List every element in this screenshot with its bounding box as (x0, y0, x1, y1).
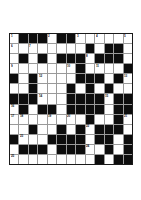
white-cell-r1c1[interactable]: 1 (10, 34, 18, 43)
white-cell-r11c9[interactable] (86, 135, 94, 144)
black-cell-r10c11 (105, 125, 113, 134)
white-cell-r3c9[interactable]: 8 (86, 54, 94, 63)
crossword-page: { "game": "crossword", "board": { "rows"… (0, 0, 141, 200)
black-cell-r5c9 (86, 74, 94, 83)
black-cell-r12c2 (19, 145, 27, 154)
white-cell-r4c6[interactable] (57, 64, 65, 73)
clue-number-3: 3 (77, 34, 78, 37)
white-cell-r9c8[interactable] (76, 115, 84, 124)
black-cell-r11c7 (67, 135, 75, 144)
black-cell-r3c12 (114, 54, 122, 63)
black-cell-r12c11 (105, 145, 113, 154)
white-cell-r12c5[interactable] (48, 145, 56, 154)
black-cell-r11c8 (76, 135, 84, 144)
black-cell-r12c13 (124, 145, 132, 154)
white-cell-r1c10[interactable]: 4 (95, 34, 103, 43)
black-cell-r8c7 (67, 105, 75, 114)
white-cell-r9c4[interactable] (38, 115, 46, 124)
black-cell-r9c12 (114, 115, 122, 124)
white-cell-r10c1[interactable] (10, 125, 18, 134)
black-cell-r12c3 (29, 145, 37, 154)
white-cell-r10c13[interactable] (124, 125, 132, 134)
black-cell-r7c2 (19, 94, 27, 103)
white-cell-r9c7[interactable]: 20 (67, 115, 75, 124)
black-cell-r5c1 (10, 74, 18, 83)
black-cell-r13c13 (124, 155, 132, 164)
black-cell-r8c5 (48, 105, 56, 114)
white-cell-r12c9[interactable]: 24 (86, 145, 94, 154)
clue-number-21: 21 (124, 114, 127, 117)
white-cell-r10c9[interactable]: 22 (86, 125, 94, 134)
white-cell-r6c6[interactable] (57, 84, 65, 93)
white-cell-r13c7[interactable] (67, 155, 75, 164)
white-cell-r13c8[interactable] (76, 155, 84, 164)
black-cell-r4c8 (76, 64, 84, 73)
white-cell-r7c11[interactable]: 15 (105, 94, 113, 103)
white-cell-r13c2[interactable] (19, 155, 27, 164)
white-cell-r12c12[interactable] (114, 145, 122, 154)
black-cell-r3c7 (67, 54, 75, 63)
white-cell-r9c1[interactable]: 17 (10, 115, 18, 124)
white-cell-r5c6[interactable] (57, 74, 65, 83)
clue-number-23: 23 (20, 134, 23, 137)
white-cell-r10c7[interactable] (67, 125, 75, 134)
black-cell-r9c9 (86, 115, 94, 124)
black-cell-r3c11 (105, 54, 113, 63)
black-cell-r8c10 (95, 105, 103, 114)
white-cell-r5c5[interactable] (48, 74, 56, 83)
black-cell-r5c10 (95, 74, 103, 83)
black-cell-r12c4 (38, 145, 46, 154)
white-cell-r5c4[interactable]: 12 (38, 74, 46, 83)
black-cell-r12c7 (67, 145, 75, 154)
black-cell-r7c13 (124, 94, 132, 103)
black-cell-r12c8 (76, 145, 84, 154)
white-cell-r6c2[interactable] (19, 84, 27, 93)
white-cell-r3c3[interactable] (29, 54, 37, 63)
white-cell-r6c1[interactable] (10, 84, 18, 93)
black-cell-r8c2 (19, 105, 27, 114)
clue-number-14: 14 (39, 94, 42, 97)
black-cell-r7c10 (95, 94, 103, 103)
black-cell-r5c12 (114, 74, 122, 83)
clue-number-2: 2 (48, 34, 49, 37)
black-cell-r10c12 (114, 125, 122, 134)
white-cell-r5c11[interactable] (105, 74, 113, 83)
white-cell-r4c11[interactable] (105, 64, 113, 73)
white-cell-r13c3[interactable] (29, 155, 37, 164)
white-cell-r11c2[interactable]: 23 (19, 135, 27, 144)
white-cell-r13c9[interactable] (86, 155, 94, 164)
black-cell-r10c8 (76, 125, 84, 134)
black-cell-r8c9 (86, 105, 94, 114)
black-cell-r11c5 (48, 135, 56, 144)
white-cell-r9c6[interactable] (57, 115, 65, 124)
white-cell-r2c13[interactable] (124, 44, 132, 53)
black-cell-r11c11 (105, 135, 113, 144)
white-cell-r4c12[interactable] (114, 64, 122, 73)
clue-number-18: 18 (20, 114, 23, 117)
white-cell-r4c9[interactable] (86, 64, 94, 73)
black-cell-r1c2 (19, 34, 27, 43)
black-cell-r11c10 (95, 135, 103, 144)
white-cell-r6c5[interactable] (48, 84, 56, 93)
black-cell-r3c4 (38, 54, 46, 63)
white-cell-r11c12[interactable] (114, 135, 122, 144)
white-cell-r7c5[interactable] (48, 94, 56, 103)
white-cell-r13c6[interactable] (57, 155, 65, 164)
black-cell-r1c6 (57, 34, 65, 43)
clue-number-9: 9 (11, 64, 12, 67)
white-cell-r2c2[interactable] (19, 44, 27, 53)
black-cell-r6c11 (105, 84, 113, 93)
clue-number-10: 10 (67, 64, 70, 67)
black-cell-r1c4 (38, 34, 46, 43)
white-cell-r11c3[interactable] (29, 135, 37, 144)
black-cell-r3c6 (57, 54, 65, 63)
white-cell-r6c13[interactable] (124, 84, 132, 93)
white-cell-r7c4[interactable]: 14 (38, 94, 46, 103)
white-cell-r9c10[interactable] (95, 115, 103, 124)
clue-number-4: 4 (96, 34, 97, 37)
white-cell-r13c4[interactable] (38, 155, 46, 164)
white-cell-r13c5[interactable] (48, 155, 56, 164)
black-cell-r12c6 (57, 145, 65, 154)
white-cell-r8c1[interactable]: 16 (10, 105, 18, 114)
black-cell-r7c9 (86, 94, 94, 103)
black-cell-r7c8 (76, 94, 84, 103)
white-cell-r5c2[interactable] (19, 74, 27, 83)
white-cell-r9c2[interactable]: 18 (19, 115, 27, 124)
white-cell-r5c13[interactable]: 13 (124, 74, 132, 83)
white-cell-r1c11[interactable] (105, 34, 113, 43)
black-cell-r4c13 (124, 64, 132, 73)
white-cell-r12c10[interactable] (95, 145, 103, 154)
black-cell-r13c12 (114, 155, 122, 164)
black-cell-r6c3 (29, 84, 37, 93)
black-cell-r10c6 (57, 125, 65, 134)
clue-number-13: 13 (124, 74, 127, 77)
white-cell-r4c1[interactable]: 9 (10, 64, 18, 73)
white-cell-r9c13[interactable]: 21 (124, 115, 132, 124)
black-cell-r1c7 (67, 34, 75, 43)
white-cell-r6c12[interactable] (114, 84, 122, 93)
white-cell-r6c10[interactable] (95, 84, 103, 93)
clue-number-6: 6 (11, 44, 12, 47)
clue-number-20: 20 (67, 114, 70, 117)
white-cell-r3c5[interactable] (48, 54, 56, 63)
black-cell-r7c7 (67, 94, 75, 103)
white-cell-r4c10[interactable]: 11 (95, 64, 103, 73)
white-cell-r3c1[interactable] (10, 54, 18, 63)
black-cell-r3c10 (95, 54, 103, 63)
black-cell-r8c4 (38, 105, 46, 114)
black-cell-r10c10 (95, 125, 103, 134)
white-cell-r9c3[interactable] (29, 115, 37, 124)
black-cell-r3c2 (19, 54, 27, 63)
crossword-grid: 1234567891011121314151617181920212223242… (9, 33, 133, 165)
white-cell-r13c1[interactable]: 25 (10, 155, 18, 164)
white-cell-r9c5[interactable]: 19 (48, 115, 56, 124)
white-cell-r4c4[interactable] (38, 64, 46, 73)
white-cell-r2c10[interactable] (95, 44, 103, 53)
white-cell-r4c2[interactable] (19, 64, 27, 73)
clue-number-12: 12 (39, 74, 42, 77)
clue-number-1: 1 (11, 34, 12, 37)
white-cell-r2c8[interactable] (76, 44, 84, 53)
white-cell-r8c6[interactable] (57, 105, 65, 114)
white-cell-r2c3[interactable]: 7 (29, 44, 37, 53)
black-cell-r5c8 (76, 74, 84, 83)
white-cell-r9c11[interactable] (105, 115, 113, 124)
white-cell-r11c4[interactable] (38, 135, 46, 144)
black-cell-r8c8 (76, 105, 84, 114)
white-cell-r2c1[interactable]: 6 (10, 44, 18, 53)
clue-number-15: 15 (105, 94, 108, 97)
white-cell-r10c5[interactable] (48, 125, 56, 134)
white-cell-r10c2[interactable] (19, 125, 27, 134)
clue-number-7: 7 (29, 44, 30, 47)
black-cell-r13c10 (95, 155, 103, 164)
clue-number-22: 22 (86, 124, 89, 127)
black-cell-r3c8 (76, 54, 84, 63)
black-cell-r7c3 (29, 94, 37, 103)
white-cell-r1c8[interactable]: 3 (76, 34, 84, 43)
white-cell-r6c8[interactable] (76, 84, 84, 93)
white-cell-r13c11[interactable] (105, 155, 113, 164)
black-cell-r2c11 (105, 44, 113, 53)
white-cell-r5c7[interactable] (67, 74, 75, 83)
white-cell-r2c7[interactable] (67, 44, 75, 53)
clue-number-16: 16 (11, 104, 14, 107)
clue-number-17: 17 (11, 114, 14, 117)
white-cell-r12c1[interactable] (10, 145, 18, 154)
black-cell-r8c12 (114, 105, 122, 114)
black-cell-r6c9 (86, 84, 94, 93)
black-cell-r5c3 (29, 74, 37, 83)
white-cell-r2c5[interactable] (48, 44, 56, 53)
black-cell-r7c1 (10, 94, 18, 103)
white-cell-r6c4[interactable] (38, 84, 46, 93)
white-cell-r8c11[interactable] (105, 105, 113, 114)
white-cell-r1c12[interactable] (114, 34, 122, 43)
clue-number-24: 24 (86, 144, 89, 147)
clue-number-25: 25 (11, 154, 14, 157)
black-cell-r10c3 (29, 125, 37, 134)
black-cell-r11c6 (57, 135, 65, 144)
clue-number-11: 11 (96, 64, 99, 67)
black-cell-r2c9 (86, 44, 94, 53)
black-cell-r11c13 (124, 135, 132, 144)
white-cell-r2c4[interactable] (38, 44, 46, 53)
white-cell-r1c5[interactable]: 2 (48, 34, 56, 43)
black-cell-r6c7 (67, 84, 75, 93)
white-cell-r7c6[interactable] (57, 94, 65, 103)
white-cell-r1c13[interactable]: 5 (124, 34, 132, 43)
black-cell-r7c12 (114, 94, 122, 103)
white-cell-r3c13[interactable] (124, 54, 132, 63)
clue-number-19: 19 (48, 114, 51, 117)
white-cell-r2c6[interactable] (57, 44, 65, 53)
white-cell-r1c9[interactable] (86, 34, 94, 43)
clue-number-8: 8 (86, 54, 87, 57)
black-cell-r2c12 (114, 44, 122, 53)
white-cell-r10c4[interactable] (38, 125, 46, 134)
black-cell-r8c13 (124, 105, 132, 114)
clue-number-5: 5 (124, 34, 125, 37)
white-cell-r4c5[interactable] (48, 64, 56, 73)
black-cell-r1c3 (29, 34, 37, 43)
black-cell-r11c1 (10, 135, 18, 144)
white-cell-r8c3[interactable] (29, 105, 37, 114)
white-cell-r4c7[interactable]: 10 (67, 64, 75, 73)
white-cell-r4c3[interactable] (29, 64, 37, 73)
